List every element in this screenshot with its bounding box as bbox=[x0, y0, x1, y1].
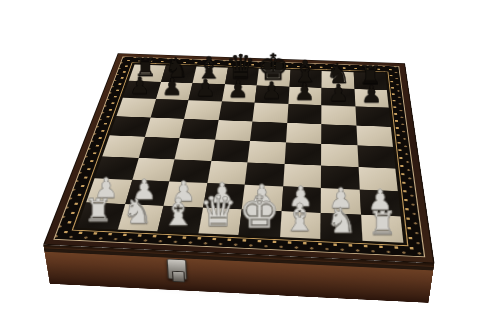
square-e1[interactable]: ♚ bbox=[239, 209, 282, 237]
square-b6[interactable] bbox=[150, 99, 188, 119]
square-c5[interactable] bbox=[179, 119, 218, 140]
piece-white-rook[interactable]: ♜ bbox=[368, 208, 397, 240]
square-b5[interactable] bbox=[144, 117, 184, 138]
piece-white-knight[interactable]: ♞ bbox=[122, 195, 153, 229]
square-d4[interactable] bbox=[211, 140, 250, 163]
piece-black-pawn[interactable]: ♟ bbox=[328, 81, 349, 105]
square-h5[interactable] bbox=[356, 125, 393, 146]
piece-black-pawn[interactable]: ♟ bbox=[162, 75, 183, 98]
square-a5[interactable] bbox=[110, 116, 151, 137]
piece-white-bishop[interactable]: ♝ bbox=[283, 198, 317, 236]
square-e5[interactable] bbox=[250, 121, 287, 142]
square-f6[interactable] bbox=[287, 104, 322, 124]
square-d7[interactable]: ♟ bbox=[221, 84, 256, 103]
square-e7[interactable]: ♟ bbox=[255, 85, 289, 104]
board-top-frame: ♜♞♝♛♚♝♞♜♟♟♟♟♟♟♟♟♟♟♟♟♟♟♟♟♜♞♝♛♚♝♞♜ bbox=[43, 53, 434, 263]
square-g5[interactable] bbox=[321, 124, 357, 145]
square-c6[interactable] bbox=[184, 100, 221, 120]
square-g4[interactable] bbox=[321, 144, 358, 167]
square-b7[interactable]: ♟ bbox=[156, 82, 193, 100]
square-g7[interactable]: ♟ bbox=[321, 88, 355, 107]
square-f7[interactable]: ♟ bbox=[288, 86, 322, 105]
mosaic-inlay-border: ♜♞♝♛♚♝♞♜♟♟♟♟♟♟♟♟♟♟♟♟♟♟♟♟♜♞♝♛♚♝♞♜ bbox=[53, 56, 425, 257]
piece-white-rook[interactable]: ♜ bbox=[83, 195, 112, 227]
square-e4[interactable] bbox=[247, 141, 285, 164]
latch-clasp-icon bbox=[167, 258, 188, 280]
square-f5[interactable] bbox=[285, 123, 321, 144]
square-e6[interactable] bbox=[252, 103, 288, 123]
piece-black-pawn[interactable]: ♟ bbox=[294, 80, 315, 103]
piece-black-pawn[interactable]: ♟ bbox=[361, 82, 382, 106]
piece-white-bishop[interactable]: ♝ bbox=[161, 193, 195, 231]
square-b1[interactable]: ♞ bbox=[117, 204, 163, 232]
square-h1[interactable]: ♜ bbox=[361, 214, 404, 242]
square-g6[interactable] bbox=[321, 105, 356, 125]
square-a1[interactable]: ♜ bbox=[77, 202, 125, 229]
square-c4[interactable] bbox=[175, 138, 215, 160]
square-a6[interactable] bbox=[116, 98, 155, 118]
square-h4[interactable] bbox=[357, 145, 395, 168]
square-f1[interactable]: ♝ bbox=[279, 211, 320, 239]
square-b4[interactable] bbox=[138, 137, 179, 159]
chess-box: ♜♞♝♛♚♝♞♜♟♟♟♟♟♟♟♟♟♟♟♟♟♟♟♟♜♞♝♛♚♝♞♜ bbox=[43, 53, 434, 263]
square-h7[interactable]: ♟ bbox=[354, 89, 389, 108]
square-f4[interactable] bbox=[284, 142, 321, 165]
square-c7[interactable]: ♟ bbox=[188, 83, 224, 102]
piece-white-knight[interactable]: ♞ bbox=[326, 204, 357, 239]
square-a7[interactable]: ♟ bbox=[123, 81, 161, 99]
piece-black-pawn[interactable]: ♟ bbox=[261, 79, 282, 102]
chess-set-photo: ♜♞♝♛♚♝♞♜♟♟♟♟♟♟♟♟♟♟♟♟♟♟♟♟♜♞♝♛♚♝♞♜ bbox=[0, 0, 500, 333]
piece-black-pawn[interactable]: ♟ bbox=[129, 74, 150, 97]
piece-white-queen[interactable]: ♛ bbox=[199, 190, 237, 232]
square-g1[interactable]: ♞ bbox=[321, 213, 362, 241]
square-d1[interactable]: ♛ bbox=[198, 207, 242, 235]
board-grid: ♜♞♝♛♚♝♞♜♟♟♟♟♟♟♟♟♟♟♟♟♟♟♟♟♜♞♝♛♚♝♞♜ bbox=[77, 64, 403, 242]
piece-white-king[interactable]: ♚ bbox=[239, 188, 280, 234]
piece-black-pawn[interactable]: ♟ bbox=[228, 78, 249, 101]
square-h6[interactable] bbox=[355, 106, 391, 126]
piece-black-pawn[interactable]: ♟ bbox=[195, 76, 216, 99]
square-d6[interactable] bbox=[218, 101, 254, 121]
inner-gold-frame: ♜♞♝♛♚♝♞♜♟♟♟♟♟♟♟♟♟♟♟♟♟♟♟♟♜♞♝♛♚♝♞♜ bbox=[72, 63, 409, 247]
square-d5[interactable] bbox=[215, 120, 253, 141]
square-c1[interactable]: ♝ bbox=[157, 206, 202, 234]
